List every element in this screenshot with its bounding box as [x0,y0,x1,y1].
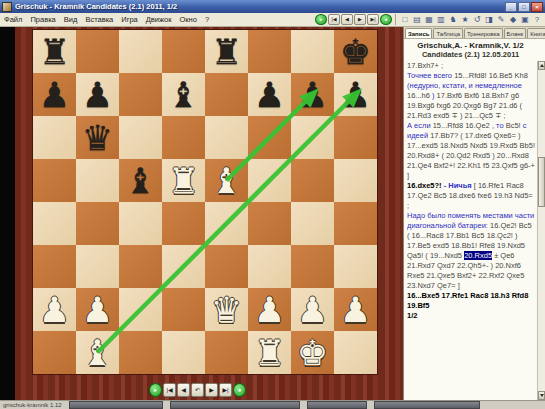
taskbar-item[interactable] [307,401,367,409]
forward-button[interactable]: ▶ [205,383,218,397]
status-text: grischuk-kramnik 1.12 [3,402,62,408]
piece-white-p-g2[interactable]: ♟ [291,288,334,331]
square-d8[interactable] [162,30,205,73]
menu-bar: ФайлПравкаВидВставкаИграДвижокОкно? ▸|◀◀… [0,13,545,27]
piece-white-r-f1[interactable]: ♜ [248,331,291,374]
piece-black-p-g7[interactable]: ♟ [291,73,334,116]
piece-white-p-b2[interactable]: ♟ [76,288,119,331]
square-c6[interactable] [119,116,162,159]
menu-item-8[interactable]: ? [201,15,213,24]
tab-таблица[interactable]: Таблица [433,28,463,38]
square-h1[interactable] [334,331,377,374]
square-g6[interactable] [291,116,334,159]
menu-item-6[interactable]: Движок [142,15,176,24]
square-e1[interactable] [205,331,248,374]
tab-бланк[interactable]: Бланк [504,28,527,38]
square-a5[interactable] [33,159,76,202]
notation-scrollbar[interactable] [537,61,545,400]
pieces-icon[interactable]: ♞ [447,14,459,26]
notation-moves[interactable]: 15...Rfd8! 16.Be5 Kh8 [454,71,528,80]
forward-button[interactable]: ▶ [354,14,366,25]
copy-icon[interactable]: ◨ [483,14,495,26]
piece-black-b-c5[interactable]: ♝ [119,159,162,202]
square-d2[interactable] [162,288,205,331]
taskbar-item[interactable] [374,401,480,409]
last-move-button[interactable]: ▶| [367,14,379,25]
square-b3[interactable] [76,245,119,288]
square-e6[interactable] [205,116,248,159]
piece-black-p-a7[interactable]: ♟ [33,73,76,116]
square-a1[interactable] [33,331,76,374]
back-button[interactable]: ◀ [341,14,353,25]
square-f8[interactable] [248,30,291,73]
annotation-comment[interactable]: А если [407,121,433,130]
print-icon[interactable]: ▥ [435,14,447,26]
annotation-comment[interactable]: Точнее всего [407,71,454,80]
piece-black-r-a8[interactable]: ♜ [33,30,76,73]
piece-white-b-e5[interactable]: ♝ [205,159,248,202]
first-move-button[interactable]: |◀ [328,14,340,25]
square-b5[interactable] [76,159,119,202]
piece-black-p-f7[interactable]: ♟ [248,73,291,116]
menu-item-1[interactable]: Файл [0,15,26,24]
taskbar-item[interactable] [170,401,300,409]
notation-moves[interactable]: 16...h6 [407,91,430,100]
square-d4[interactable] [162,202,205,245]
title-bar: Grischuk - Kramnik Candidates (2.1) 2011… [0,0,545,13]
annotation-comment[interactable]: ) [430,91,437,100]
annotation-comment[interactable]: - Ничья [442,181,474,190]
scroll-up-icon [540,64,544,67]
square-a4[interactable] [33,202,76,245]
square-h5[interactable] [334,159,377,202]
save-game-icon[interactable]: ▦ [423,14,435,26]
engine-stop-button[interactable]: ● [380,14,392,25]
engine-play-button[interactable]: ▸ [149,383,162,397]
piece-white-b-b1[interactable]: ♝ [76,331,119,374]
new-board-icon[interactable]: □ [399,14,411,26]
piece-black-b-d7[interactable]: ♝ [162,73,205,116]
open-database-icon[interactable]: ▤ [411,14,423,26]
engine-play-button[interactable]: ▸ [315,14,327,25]
square-c3[interactable] [119,245,162,288]
menu-item-7[interactable]: Окно [175,15,200,24]
notation-moves[interactable]: 16.dxe5?! [407,181,442,190]
minimize-button[interactable]: _ [505,2,517,12]
scroll-down-icon [540,394,544,397]
selected-move[interactable]: 20.Rxd5 [464,251,492,260]
piece-white-q-e2[interactable]: ♛ [205,288,248,331]
panel-tabs: ЗаписьТаблицаТренировкаБланкКнига [404,27,545,39]
left-margin [0,27,15,400]
takeback-button[interactable]: ↶ [191,383,204,397]
menu-item-4[interactable]: Вставка [81,15,117,24]
layout-icon[interactable]: ▣ [519,14,531,26]
square-h3[interactable] [334,245,377,288]
square-h6[interactable] [334,116,377,159]
square-f3[interactable] [248,245,291,288]
piece-black-p-b7[interactable]: ♟ [76,73,119,116]
help-icon[interactable]: ? [531,14,543,26]
tab-запись[interactable]: Запись [405,28,432,38]
menu-item-3[interactable]: Вид [60,15,82,24]
square-g4[interactable] [291,202,334,245]
square-c7[interactable] [119,73,162,116]
square-c4[interactable] [119,202,162,245]
back-button[interactable]: ◀ [177,383,190,397]
piece-white-r-d5[interactable]: ♜ [162,159,205,202]
first-move-button[interactable]: |◀ [163,383,176,397]
game-result[interactable]: 1/2 [407,311,417,320]
notation-moves[interactable]: Bc5! [506,121,521,130]
taskbar-item[interactable] [69,401,163,409]
analysis-icon[interactable]: ◆ [507,14,519,26]
app-icon [2,2,12,12]
square-g3[interactable] [291,245,334,288]
piece-black-r-e8[interactable]: ♜ [205,30,248,73]
piece-black-p-h7[interactable]: ♟ [334,73,377,116]
square-a3[interactable] [33,245,76,288]
event-date: Candidates (2.1) 12.05.2011 [404,50,537,59]
square-g5[interactable] [291,159,334,202]
piece-white-p-a2[interactable]: ♟ [33,288,76,331]
board-background: ♜♜♚♟♟♝♟♟♟♛♝♜♝♟♟♛♟♟♟♝♜♚ ▸|◀◀↶▶▶|● [15,27,403,400]
square-b4[interactable] [76,202,119,245]
square-a6[interactable] [33,116,76,159]
square-e4[interactable] [205,202,248,245]
square-f4[interactable] [248,202,291,245]
tab-книга[interactable]: Книга [527,28,545,38]
piece-black-k-h8[interactable]: ♚ [334,30,377,73]
square-c1[interactable] [119,331,162,374]
square-f5[interactable] [248,159,291,202]
piece-white-p-h2[interactable]: ♟ [334,288,377,331]
annotate-icon[interactable]: ✎ [495,14,507,26]
scroll-up-button[interactable] [538,61,545,70]
piece-black-q-b6[interactable]: ♛ [76,116,119,159]
game-header: Grischuk,A. - Kramnik,V. 1/2 Candidates … [404,39,537,61]
piece-white-k-g1[interactable]: ♚ [291,331,334,374]
square-d1[interactable] [162,331,205,374]
square-f6[interactable] [248,116,291,159]
last-move-button[interactable]: ▶| [219,383,232,397]
favorite-icon[interactable]: ★ [459,14,471,26]
scroll-down-button[interactable] [538,391,545,400]
menu-item-5[interactable]: Игра [117,15,141,24]
engine-stop-button[interactable]: ● [233,383,246,397]
square-c2[interactable] [119,288,162,331]
annotation-comment[interactable]: (недурно, кстати, и немедленное [407,81,522,90]
annotation-comment[interactable]: , то [490,121,506,130]
square-d3[interactable] [162,245,205,288]
window-title: Grischuk - Kramnik Candidates (2.1) 2011… [15,2,504,11]
scroll-thumb[interactable] [538,157,545,207]
notation-panel: ЗаписьТаблицаТренировкаБланкКнига Grisch… [403,27,545,400]
close-button[interactable]: × [531,2,543,12]
piece-white-p-f2[interactable]: ♟ [248,288,291,331]
status-bar: grischuk-kramnik 1.12 [0,400,545,409]
maximize-button[interactable]: □ [518,2,530,12]
flip-board-icon[interactable]: ↺ [471,14,483,26]
toolbar-separator [395,14,396,25]
menu-item-2[interactable]: Правка [26,15,59,24]
players-result: Grischuk,A. - Kramnik,V. 1/2 [404,41,537,50]
notation-moves[interactable]: 15...Rfd8 16.Qe2 [433,121,490,130]
square-e3[interactable] [205,245,248,288]
square-b8[interactable] [76,30,119,73]
tab-тренировка[interactable]: Тренировка [464,28,503,38]
notation-moves[interactable]: 16...Bxe5 17.Rfe1 Rac8 18.h3 Rfd8 19.Bf5 [407,291,528,310]
notation-moves[interactable]: 17.Bxh7+ ; [407,61,443,70]
square-g8[interactable] [291,30,334,73]
square-h4[interactable] [334,202,377,245]
square-e7[interactable] [205,73,248,116]
move-navigation-bar: ▸|◀◀↶▶▶|● [148,383,246,397]
square-d6[interactable] [162,116,205,159]
notation-text[interactable]: 17.Bxh7+ ;Точнее всего 15...Rfd8! 16.Be5… [407,61,535,396]
square-c8[interactable] [119,30,162,73]
